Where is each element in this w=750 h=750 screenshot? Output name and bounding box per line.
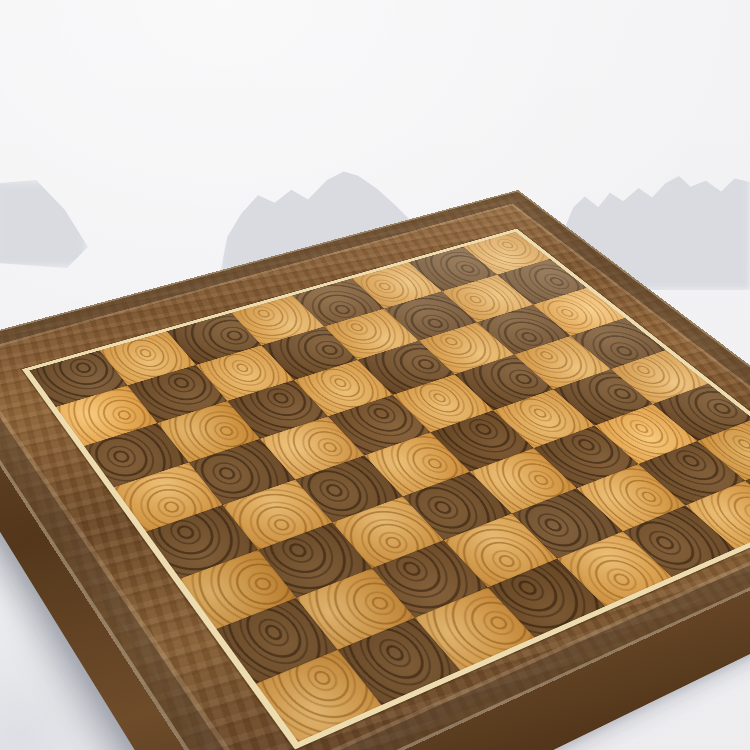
fabric-shadow-far-left — [0, 180, 88, 268]
photo-backdrop — [0, 0, 750, 750]
